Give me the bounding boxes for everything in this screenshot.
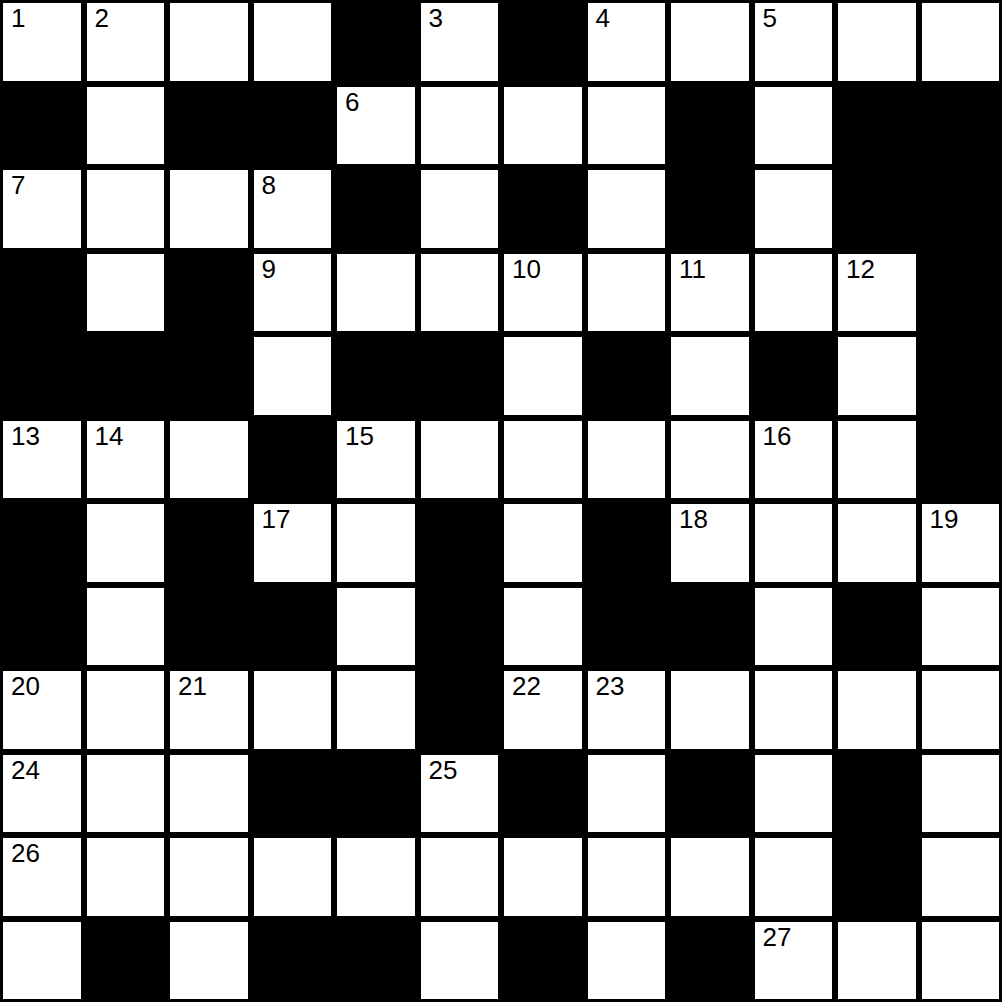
- block-cell-r7c7: [585, 585, 669, 669]
- letter-cell-r9c1[interactable]: [84, 752, 168, 836]
- letter-cell-r7c11[interactable]: [919, 585, 1002, 669]
- clue-number-13: 13: [11, 422, 40, 452]
- clue-number-12: 12: [846, 255, 875, 285]
- letter-cell-r3c3[interactable]: 9: [251, 251, 335, 335]
- letter-cell-r11c9[interactable]: 27: [752, 919, 836, 1002]
- letter-cell-r10c9[interactable]: [752, 835, 836, 919]
- letter-cell-r0c1[interactable]: 2: [84, 0, 168, 84]
- block-cell-r9c8: [668, 752, 752, 836]
- block-cell-r6c2: [167, 501, 251, 585]
- letter-cell-r2c7[interactable]: [585, 167, 669, 251]
- block-cell-r1c0: [0, 84, 84, 168]
- letter-cell-r8c4[interactable]: [334, 668, 418, 752]
- letter-cell-r5c4[interactable]: 15: [334, 418, 418, 502]
- letter-cell-r3c8[interactable]: 11: [668, 251, 752, 335]
- letter-cell-r11c7[interactable]: [585, 919, 669, 1002]
- letter-cell-r11c11[interactable]: [919, 919, 1002, 1002]
- block-cell-r0c4: [334, 0, 418, 84]
- block-cell-r7c0: [0, 585, 84, 669]
- block-cell-r1c10: [835, 84, 919, 168]
- letter-cell-r3c10[interactable]: 12: [835, 251, 919, 335]
- clue-number-22: 22: [512, 672, 541, 702]
- letter-cell-r10c11[interactable]: [919, 835, 1002, 919]
- letter-cell-r7c4[interactable]: [334, 585, 418, 669]
- letter-cell-r2c0[interactable]: 7: [0, 167, 84, 251]
- letter-cell-r10c8[interactable]: [668, 835, 752, 919]
- letter-cell-r9c9[interactable]: [752, 752, 836, 836]
- block-cell-r7c8: [668, 585, 752, 669]
- block-cell-r10c10: [835, 835, 919, 919]
- letter-cell-r10c4[interactable]: [334, 835, 418, 919]
- block-cell-r7c5: [418, 585, 502, 669]
- block-cell-r9c10: [835, 752, 919, 836]
- block-cell-r9c6: [501, 752, 585, 836]
- clue-number-26: 26: [11, 839, 40, 869]
- block-cell-r3c2: [167, 251, 251, 335]
- letter-cell-r9c0[interactable]: 24: [0, 752, 84, 836]
- letter-cell-r10c3[interactable]: [251, 835, 335, 919]
- letter-cell-r3c1[interactable]: [84, 251, 168, 335]
- clue-number-2: 2: [95, 4, 109, 34]
- letter-cell-r0c10[interactable]: [835, 0, 919, 84]
- letter-cell-r10c2[interactable]: [167, 835, 251, 919]
- letter-cell-r3c6[interactable]: 10: [501, 251, 585, 335]
- block-cell-r1c3: [251, 84, 335, 168]
- block-cell-r4c11: [919, 334, 1002, 418]
- block-cell-r6c0: [0, 501, 84, 585]
- block-cell-r5c3: [251, 418, 335, 502]
- letter-cell-r8c10[interactable]: [835, 668, 919, 752]
- letter-cell-r8c1[interactable]: [84, 668, 168, 752]
- letter-cell-r4c10[interactable]: [835, 334, 919, 418]
- block-cell-r7c2: [167, 585, 251, 669]
- block-cell-r11c3: [251, 919, 335, 1002]
- clue-number-25: 25: [429, 756, 458, 786]
- letter-cell-r7c6[interactable]: [501, 585, 585, 669]
- block-cell-r7c3: [251, 585, 335, 669]
- letter-cell-r2c5[interactable]: [418, 167, 502, 251]
- block-cell-r4c4: [334, 334, 418, 418]
- clue-number-19: 19: [930, 505, 959, 535]
- block-cell-r5c11: [919, 418, 1002, 502]
- letter-cell-r6c3[interactable]: 17: [251, 501, 335, 585]
- block-cell-r11c8: [668, 919, 752, 1002]
- block-cell-r4c9: [752, 334, 836, 418]
- block-cell-r1c11: [919, 84, 1002, 168]
- letter-cell-r0c2[interactable]: [167, 0, 251, 84]
- letter-cell-r4c3[interactable]: [251, 334, 335, 418]
- letter-cell-r5c5[interactable]: [418, 418, 502, 502]
- clue-number-17: 17: [262, 505, 291, 535]
- letter-cell-r1c5[interactable]: [418, 84, 502, 168]
- block-cell-r11c4: [334, 919, 418, 1002]
- letter-cell-r8c7[interactable]: 23: [585, 668, 669, 752]
- letter-cell-r3c4[interactable]: [334, 251, 418, 335]
- clue-number-18: 18: [679, 505, 708, 535]
- block-cell-r11c6: [501, 919, 585, 1002]
- letter-cell-r1c1[interactable]: [84, 84, 168, 168]
- letter-cell-r11c10[interactable]: [835, 919, 919, 1002]
- clue-number-24: 24: [11, 756, 40, 786]
- clue-number-10: 10: [512, 255, 541, 285]
- clue-number-9: 9: [262, 255, 276, 285]
- letter-cell-r3c9[interactable]: [752, 251, 836, 335]
- letter-cell-r7c1[interactable]: [84, 585, 168, 669]
- letter-cell-r3c5[interactable]: [418, 251, 502, 335]
- clue-number-7: 7: [11, 171, 25, 201]
- block-cell-r4c5: [418, 334, 502, 418]
- crossword-grid: 1234567891011121314151617181920212223242…: [0, 0, 1002, 1002]
- letter-cell-r0c5[interactable]: 3: [418, 0, 502, 84]
- clue-number-14: 14: [95, 422, 124, 452]
- letter-cell-r6c8[interactable]: 18: [668, 501, 752, 585]
- letter-cell-r8c6[interactable]: 22: [501, 668, 585, 752]
- block-cell-r8c5: [418, 668, 502, 752]
- letter-cell-r11c0[interactable]: [0, 919, 84, 1002]
- block-cell-r4c1: [84, 334, 168, 418]
- letter-cell-r9c7[interactable]: [585, 752, 669, 836]
- clue-number-3: 3: [429, 4, 443, 34]
- letter-cell-r1c7[interactable]: [585, 84, 669, 168]
- block-cell-r2c6: [501, 167, 585, 251]
- letter-cell-r7c9[interactable]: [752, 585, 836, 669]
- block-cell-r0c6: [501, 0, 585, 84]
- block-cell-r7c10: [835, 585, 919, 669]
- letter-cell-r0c9[interactable]: 5: [752, 0, 836, 84]
- letter-cell-r1c9[interactable]: [752, 84, 836, 168]
- block-cell-r9c3: [251, 752, 335, 836]
- letter-cell-r8c3[interactable]: [251, 668, 335, 752]
- block-cell-r9c4: [334, 752, 418, 836]
- letter-cell-r3c7[interactable]: [585, 251, 669, 335]
- clue-number-4: 4: [596, 4, 610, 34]
- block-cell-r4c7: [585, 334, 669, 418]
- letter-cell-r8c0[interactable]: 20: [0, 668, 84, 752]
- letter-cell-r8c8[interactable]: [668, 668, 752, 752]
- block-cell-r6c5: [418, 501, 502, 585]
- block-cell-r2c8: [668, 167, 752, 251]
- block-cell-r1c8: [668, 84, 752, 168]
- letter-cell-r0c7[interactable]: 4: [585, 0, 669, 84]
- letter-cell-r8c9[interactable]: [752, 668, 836, 752]
- clue-number-8: 8: [262, 171, 276, 201]
- letter-cell-r9c5[interactable]: 25: [418, 752, 502, 836]
- clue-number-20: 20: [11, 672, 40, 702]
- letter-cell-r0c3[interactable]: [251, 0, 335, 84]
- clue-number-5: 5: [763, 4, 777, 34]
- letter-cell-r9c11[interactable]: [919, 752, 1002, 836]
- block-cell-r2c10: [835, 167, 919, 251]
- letter-cell-r2c2[interactable]: [167, 167, 251, 251]
- letter-cell-r10c6[interactable]: [501, 835, 585, 919]
- letter-cell-r4c8[interactable]: [668, 334, 752, 418]
- letter-cell-r0c11[interactable]: [919, 0, 1002, 84]
- letter-cell-r5c6[interactable]: [501, 418, 585, 502]
- letter-cell-r11c5[interactable]: [418, 919, 502, 1002]
- letter-cell-r10c7[interactable]: [585, 835, 669, 919]
- clue-number-15: 15: [345, 422, 374, 452]
- block-cell-r4c0: [0, 334, 84, 418]
- clue-number-21: 21: [178, 672, 207, 702]
- letter-cell-r2c1[interactable]: [84, 167, 168, 251]
- letter-cell-r2c9[interactable]: [752, 167, 836, 251]
- letter-cell-r6c1[interactable]: [84, 501, 168, 585]
- block-cell-r2c11: [919, 167, 1002, 251]
- letter-cell-r10c5[interactable]: [418, 835, 502, 919]
- letter-cell-r6c11[interactable]: 19: [919, 501, 1002, 585]
- letter-cell-r6c6[interactable]: [501, 501, 585, 585]
- letter-cell-r5c1[interactable]: 14: [84, 418, 168, 502]
- block-cell-r2c4: [334, 167, 418, 251]
- clue-number-6: 6: [345, 88, 359, 118]
- letter-cell-r1c4[interactable]: 6: [334, 84, 418, 168]
- letter-cell-r5c0[interactable]: 13: [0, 418, 84, 502]
- block-cell-r11c1: [84, 919, 168, 1002]
- clue-number-16: 16: [763, 422, 792, 452]
- letter-cell-r5c2[interactable]: [167, 418, 251, 502]
- letter-cell-r5c8[interactable]: [668, 418, 752, 502]
- letter-cell-r4c6[interactable]: [501, 334, 585, 418]
- letter-cell-r6c10[interactable]: [835, 501, 919, 585]
- block-cell-r4c2: [167, 334, 251, 418]
- clue-number-11: 11: [679, 255, 706, 285]
- letter-cell-r2c3[interactable]: 8: [251, 167, 335, 251]
- letter-cell-r0c8[interactable]: [668, 0, 752, 84]
- letter-cell-r5c7[interactable]: [585, 418, 669, 502]
- letter-cell-r0c0[interactable]: 1: [0, 0, 84, 84]
- letter-cell-r5c10[interactable]: [835, 418, 919, 502]
- block-cell-r3c11: [919, 251, 1002, 335]
- clue-number-27: 27: [763, 923, 792, 953]
- letter-cell-r6c4[interactable]: [334, 501, 418, 585]
- block-cell-r6c7: [585, 501, 669, 585]
- block-cell-r3c0: [0, 251, 84, 335]
- letter-cell-r11c2[interactable]: [167, 919, 251, 1002]
- letter-cell-r1c6[interactable]: [501, 84, 585, 168]
- letter-cell-r8c2[interactable]: 21: [167, 668, 251, 752]
- block-cell-r1c2: [167, 84, 251, 168]
- clue-number-1: 1: [11, 4, 25, 34]
- letter-cell-r6c9[interactable]: [752, 501, 836, 585]
- letter-cell-r9c2[interactable]: [167, 752, 251, 836]
- letter-cell-r5c9[interactable]: 16: [752, 418, 836, 502]
- clue-number-23: 23: [596, 672, 625, 702]
- letter-cell-r8c11[interactable]: [919, 668, 1002, 752]
- letter-cell-r10c0[interactable]: 26: [0, 835, 84, 919]
- letter-cell-r10c1[interactable]: [84, 835, 168, 919]
